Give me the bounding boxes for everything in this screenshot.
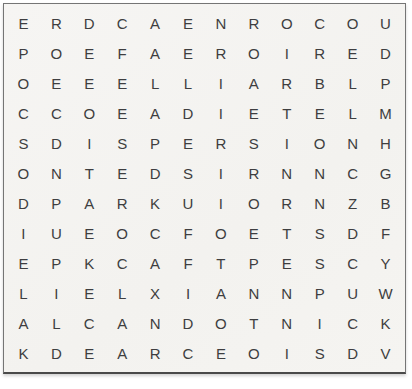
grid-cell[interactable]: P xyxy=(303,279,336,309)
grid-cell[interactable]: A xyxy=(139,249,172,279)
grid-cell[interactable]: C xyxy=(106,249,139,279)
grid-cell[interactable]: E xyxy=(205,339,238,369)
grid-cell[interactable]: P xyxy=(369,68,402,98)
grid-cell[interactable]: T xyxy=(270,219,303,249)
grid-cell[interactable]: E xyxy=(7,8,40,38)
grid-cell[interactable]: A xyxy=(139,38,172,68)
grid-cell[interactable]: R xyxy=(205,38,238,68)
grid-cell[interactable]: O xyxy=(205,219,238,249)
grid-cell[interactable]: M xyxy=(369,98,402,128)
grid-cell[interactable]: K xyxy=(73,249,106,279)
grid-cell[interactable]: O xyxy=(7,158,40,188)
grid-cell[interactable]: N xyxy=(270,158,303,188)
grid-cell[interactable]: E xyxy=(303,98,336,128)
grid-cell[interactable]: O xyxy=(7,68,40,98)
grid-cell[interactable]: T xyxy=(73,158,106,188)
grid-cell[interactable]: S xyxy=(303,249,336,279)
grid-cell[interactable]: P xyxy=(237,249,270,279)
grid-cell[interactable]: S xyxy=(237,128,270,158)
grid-cell[interactable]: N xyxy=(40,158,73,188)
grid-cell[interactable]: O xyxy=(237,189,270,219)
grid-cell[interactable]: S xyxy=(106,128,139,158)
grid-cell[interactable]: A xyxy=(73,189,106,219)
grid-cell[interactable]: L xyxy=(106,279,139,309)
grid-cell[interactable]: D xyxy=(172,309,205,339)
grid-cell[interactable]: C xyxy=(336,158,369,188)
grid-cell[interactable]: N xyxy=(303,189,336,219)
grid-cell[interactable]: C xyxy=(336,309,369,339)
grid-cell[interactable]: I xyxy=(7,219,40,249)
grid-cell[interactable]: O xyxy=(237,339,270,369)
grid-cell[interactable]: C xyxy=(303,8,336,38)
grid-cell[interactable]: E xyxy=(106,98,139,128)
grid-cell[interactable]: C xyxy=(172,339,205,369)
grid-cell[interactable]: I xyxy=(73,128,106,158)
grid-cell[interactable]: D xyxy=(172,98,205,128)
grid-cell[interactable]: A xyxy=(106,309,139,339)
grid-cell[interactable]: U xyxy=(369,8,402,38)
grid-cell[interactable]: E xyxy=(106,158,139,188)
grid-cell[interactable]: K xyxy=(139,189,172,219)
grid-cell[interactable]: P xyxy=(7,38,40,68)
grid-cell[interactable]: X xyxy=(139,279,172,309)
grid-cell[interactable]: N xyxy=(139,309,172,339)
grid-cell[interactable]: R xyxy=(303,38,336,68)
grid-cell[interactable]: V xyxy=(369,339,402,369)
grid-cell[interactable]: A xyxy=(139,98,172,128)
grid-cell[interactable]: I xyxy=(205,189,238,219)
grid-cell[interactable]: N xyxy=(237,279,270,309)
grid-cell[interactable]: D xyxy=(40,128,73,158)
grid-cell[interactable]: L xyxy=(139,68,172,98)
grid-cell[interactable]: K xyxy=(7,339,40,369)
grid-cell[interactable]: N xyxy=(205,8,238,38)
grid-cell[interactable]: E xyxy=(73,279,106,309)
grid-cell[interactable]: E xyxy=(172,128,205,158)
grid-cell[interactable]: N xyxy=(336,128,369,158)
grid-cell[interactable]: E xyxy=(40,68,73,98)
grid-cell[interactable]: N xyxy=(270,309,303,339)
grid-cell[interactable]: G xyxy=(369,158,402,188)
grid-cell[interactable]: E xyxy=(237,98,270,128)
grid-cell[interactable]: E xyxy=(73,38,106,68)
grid-cell[interactable]: I xyxy=(270,38,303,68)
grid-cell[interactable]: E xyxy=(106,68,139,98)
grid-cell[interactable]: E xyxy=(172,8,205,38)
grid-cell[interactable]: D xyxy=(73,8,106,38)
grid-cell[interactable]: C xyxy=(139,219,172,249)
grid-cell[interactable]: O xyxy=(303,128,336,158)
grid-cell[interactable]: O xyxy=(205,309,238,339)
grid-cell[interactable]: N xyxy=(270,279,303,309)
grid-cell[interactable]: A xyxy=(106,339,139,369)
grid-cell[interactable]: A xyxy=(139,8,172,38)
grid-cell[interactable]: R xyxy=(270,189,303,219)
grid-cell[interactable]: R xyxy=(270,68,303,98)
grid-cell[interactable]: T xyxy=(270,98,303,128)
grid-cell[interactable]: E xyxy=(336,38,369,68)
grid-cell[interactable]: E xyxy=(270,249,303,279)
grid-cell[interactable]: C xyxy=(7,98,40,128)
grid-cell[interactable]: U xyxy=(336,279,369,309)
grid-cell[interactable]: F xyxy=(106,38,139,68)
grid-cell[interactable]: O xyxy=(270,8,303,38)
grid-cell[interactable]: D xyxy=(369,38,402,68)
grid-cell[interactable]: I xyxy=(205,98,238,128)
grid-cell[interactable]: R xyxy=(106,189,139,219)
grid-cell[interactable]: C xyxy=(336,249,369,279)
grid-cell[interactable]: A xyxy=(205,279,238,309)
grid-cell[interactable]: L xyxy=(172,68,205,98)
grid-cell[interactable]: I xyxy=(205,158,238,188)
grid-cell[interactable]: I xyxy=(205,68,238,98)
grid-cell[interactable]: R xyxy=(139,339,172,369)
grid-cell[interactable]: O xyxy=(237,38,270,68)
grid-cell[interactable]: D xyxy=(7,189,40,219)
grid-cell[interactable]: S xyxy=(172,158,205,188)
grid-cell[interactable]: Z xyxy=(336,189,369,219)
grid-cell[interactable]: S xyxy=(7,128,40,158)
grid-cell[interactable]: K xyxy=(369,309,402,339)
grid-cell[interactable]: L xyxy=(336,68,369,98)
grid-cell[interactable]: R xyxy=(40,8,73,38)
grid-cell[interactable]: I xyxy=(270,339,303,369)
grid-cell[interactable]: C xyxy=(73,309,106,339)
grid-cell[interactable]: T xyxy=(237,309,270,339)
grid-cell[interactable]: R xyxy=(205,128,238,158)
grid-cell[interactable]: P xyxy=(40,189,73,219)
grid-cell[interactable]: I xyxy=(172,279,205,309)
grid-cell[interactable]: L xyxy=(7,279,40,309)
grid-cell[interactable]: B xyxy=(369,189,402,219)
grid-cell[interactable]: S xyxy=(303,339,336,369)
grid-cell[interactable]: N xyxy=(303,158,336,188)
grid-cell[interactable]: F xyxy=(172,219,205,249)
grid-cell[interactable]: D xyxy=(40,339,73,369)
grid-cell[interactable]: D xyxy=(139,158,172,188)
grid-cell[interactable]: E xyxy=(237,219,270,249)
grid-cell[interactable]: F xyxy=(369,219,402,249)
grid-cell[interactable]: R xyxy=(237,158,270,188)
grid-cell[interactable]: D xyxy=(336,219,369,249)
grid-cell[interactable]: H xyxy=(369,128,402,158)
letter-grid: ERDCAENROCOUPOEFAEROIREDOEEELLIARBLPCCOE… xyxy=(7,8,402,369)
grid-cell[interactable]: E xyxy=(7,249,40,279)
grid-cell[interactable]: C xyxy=(106,8,139,38)
grid-cell[interactable]: B xyxy=(303,68,336,98)
grid-cell[interactable]: P xyxy=(139,128,172,158)
grid-cell[interactable]: F xyxy=(172,249,205,279)
grid-cell[interactable]: U xyxy=(172,189,205,219)
grid-cell[interactable]: A xyxy=(7,309,40,339)
grid-cell[interactable]: S xyxy=(303,219,336,249)
grid-cell[interactable]: D xyxy=(336,339,369,369)
grid-cell[interactable]: I xyxy=(303,309,336,339)
grid-cell[interactable]: O xyxy=(106,219,139,249)
grid-cell[interactable]: I xyxy=(40,279,73,309)
grid-cell[interactable]: L xyxy=(336,98,369,128)
grid-cell[interactable]: Y xyxy=(369,249,402,279)
grid-cell[interactable]: U xyxy=(40,219,73,249)
grid-cell[interactable]: O xyxy=(40,38,73,68)
word-search-board: ERDCAENROCOUPOEFAEROIREDOEEELLIARBLPCCOE… xyxy=(3,3,406,374)
grid-cell[interactable]: C xyxy=(40,98,73,128)
grid-cell[interactable]: P xyxy=(40,249,73,279)
grid-cell[interactable]: R xyxy=(237,8,270,38)
grid-cell[interactable]: E xyxy=(73,339,106,369)
grid-cell[interactable]: E xyxy=(73,68,106,98)
grid-cell[interactable]: L xyxy=(40,309,73,339)
grid-cell[interactable]: T xyxy=(205,249,238,279)
grid-cell[interactable]: A xyxy=(237,68,270,98)
grid-cell[interactable]: O xyxy=(73,98,106,128)
grid-cell[interactable]: W xyxy=(369,279,402,309)
grid-cell[interactable]: E xyxy=(73,219,106,249)
grid-cell[interactable]: E xyxy=(172,38,205,68)
grid-cell[interactable]: O xyxy=(336,8,369,38)
grid-cell[interactable]: I xyxy=(270,128,303,158)
